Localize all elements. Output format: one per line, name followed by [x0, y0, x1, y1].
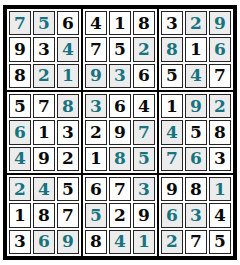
cell-r4c7[interactable]: 1	[161, 94, 183, 118]
cell-r2c7[interactable]: 8	[161, 37, 183, 61]
cell-r1c1[interactable]: 7	[9, 11, 31, 35]
cell-r4c2[interactable]: 7	[33, 94, 55, 118]
cell-r8c3[interactable]: 7	[57, 203, 79, 227]
cell-r5c1[interactable]: 6	[9, 120, 31, 144]
cell-r8c5[interactable]: 2	[109, 203, 131, 227]
box-9: 981634275	[158, 174, 234, 257]
cell-r9c2[interactable]: 6	[33, 230, 55, 254]
box-5: 364297185	[82, 91, 158, 174]
cell-r1c3[interactable]: 6	[57, 11, 79, 35]
cell-r4c5[interactable]: 6	[109, 94, 131, 118]
cell-r1c9[interactable]: 9	[209, 11, 231, 35]
cell-r2c8[interactable]: 1	[185, 37, 207, 61]
cell-r7c2[interactable]: 4	[33, 177, 55, 201]
cell-r2c6[interactable]: 2	[133, 37, 155, 61]
cell-r5c9[interactable]: 8	[209, 120, 231, 144]
box-7: 245187369	[6, 174, 82, 257]
cell-r9c6[interactable]: 1	[133, 230, 155, 254]
cell-r6c3[interactable]: 2	[57, 147, 79, 171]
box-8: 673529841	[82, 174, 158, 257]
cell-r6c5[interactable]: 8	[109, 147, 131, 171]
cell-r4c9[interactable]: 2	[209, 94, 231, 118]
cell-r6c7[interactable]: 7	[161, 147, 183, 171]
cell-r3c8[interactable]: 4	[185, 64, 207, 88]
cell-r1c8[interactable]: 2	[185, 11, 207, 35]
cell-r6c1[interactable]: 4	[9, 147, 31, 171]
cell-r7c4[interactable]: 6	[85, 177, 107, 201]
box-4: 578613492	[6, 91, 82, 174]
cell-r4c6[interactable]: 4	[133, 94, 155, 118]
cell-r5c8[interactable]: 5	[185, 120, 207, 144]
cell-r7c7[interactable]: 9	[161, 177, 183, 201]
cell-r5c6[interactable]: 7	[133, 120, 155, 144]
cell-r9c1[interactable]: 3	[9, 230, 31, 254]
cell-r3c2[interactable]: 2	[33, 64, 55, 88]
box-1: 756934821	[6, 8, 82, 91]
cell-r8c6[interactable]: 9	[133, 203, 155, 227]
cell-r7c6[interactable]: 3	[133, 177, 155, 201]
cell-r4c3[interactable]: 8	[57, 94, 79, 118]
cell-r9c8[interactable]: 7	[185, 230, 207, 254]
cell-r2c9[interactable]: 6	[209, 37, 231, 61]
cell-r7c5[interactable]: 7	[109, 177, 131, 201]
cell-r5c4[interactable]: 2	[85, 120, 107, 144]
box-3: 329816547	[158, 8, 234, 91]
cell-r9c5[interactable]: 4	[109, 230, 131, 254]
cell-r2c4[interactable]: 7	[85, 37, 107, 61]
cell-r9c7[interactable]: 2	[161, 230, 183, 254]
cell-r4c8[interactable]: 9	[185, 94, 207, 118]
cell-r1c4[interactable]: 4	[85, 11, 107, 35]
cell-r8c4[interactable]: 5	[85, 203, 107, 227]
cell-r6c4[interactable]: 1	[85, 147, 107, 171]
cell-r9c3[interactable]: 9	[57, 230, 79, 254]
cell-r3c6[interactable]: 6	[133, 64, 155, 88]
cell-r8c9[interactable]: 4	[209, 203, 231, 227]
cell-r1c6[interactable]: 8	[133, 11, 155, 35]
cell-r6c6[interactable]: 5	[133, 147, 155, 171]
cell-r7c1[interactable]: 2	[9, 177, 31, 201]
cell-r1c2[interactable]: 5	[33, 11, 55, 35]
cell-r5c5[interactable]: 9	[109, 120, 131, 144]
cell-r6c8[interactable]: 6	[185, 147, 207, 171]
cell-r2c1[interactable]: 9	[9, 37, 31, 61]
cell-r6c2[interactable]: 9	[33, 147, 55, 171]
cell-r9c4[interactable]: 8	[85, 230, 107, 254]
cell-r2c3[interactable]: 4	[57, 37, 79, 61]
cell-r7c3[interactable]: 5	[57, 177, 79, 201]
cell-r3c9[interactable]: 7	[209, 64, 231, 88]
cell-r4c1[interactable]: 5	[9, 94, 31, 118]
cell-r3c3[interactable]: 1	[57, 64, 79, 88]
cell-r1c5[interactable]: 1	[109, 11, 131, 35]
cell-r8c7[interactable]: 6	[161, 203, 183, 227]
cell-r9c9[interactable]: 5	[209, 230, 231, 254]
cell-r3c7[interactable]: 5	[161, 64, 183, 88]
cell-r8c8[interactable]: 3	[185, 203, 207, 227]
cell-r3c5[interactable]: 3	[109, 64, 131, 88]
cell-r2c2[interactable]: 3	[33, 37, 55, 61]
cell-r3c4[interactable]: 9	[85, 64, 107, 88]
cell-r7c9[interactable]: 1	[209, 177, 231, 201]
cell-r6c9[interactable]: 3	[209, 147, 231, 171]
cell-r5c7[interactable]: 4	[161, 120, 183, 144]
cell-r5c2[interactable]: 1	[33, 120, 55, 144]
sudoku-board: 7569348214187529363298165475786134923642…	[3, 5, 237, 260]
cell-r4c4[interactable]: 3	[85, 94, 107, 118]
cell-r5c3[interactable]: 3	[57, 120, 79, 144]
cell-r3c1[interactable]: 8	[9, 64, 31, 88]
box-6: 192458763	[158, 91, 234, 174]
cell-r2c5[interactable]: 5	[109, 37, 131, 61]
cell-r8c1[interactable]: 1	[9, 203, 31, 227]
cell-r8c2[interactable]: 8	[33, 203, 55, 227]
cell-r1c7[interactable]: 3	[161, 11, 183, 35]
box-2: 418752936	[82, 8, 158, 91]
cell-r7c8[interactable]: 8	[185, 177, 207, 201]
